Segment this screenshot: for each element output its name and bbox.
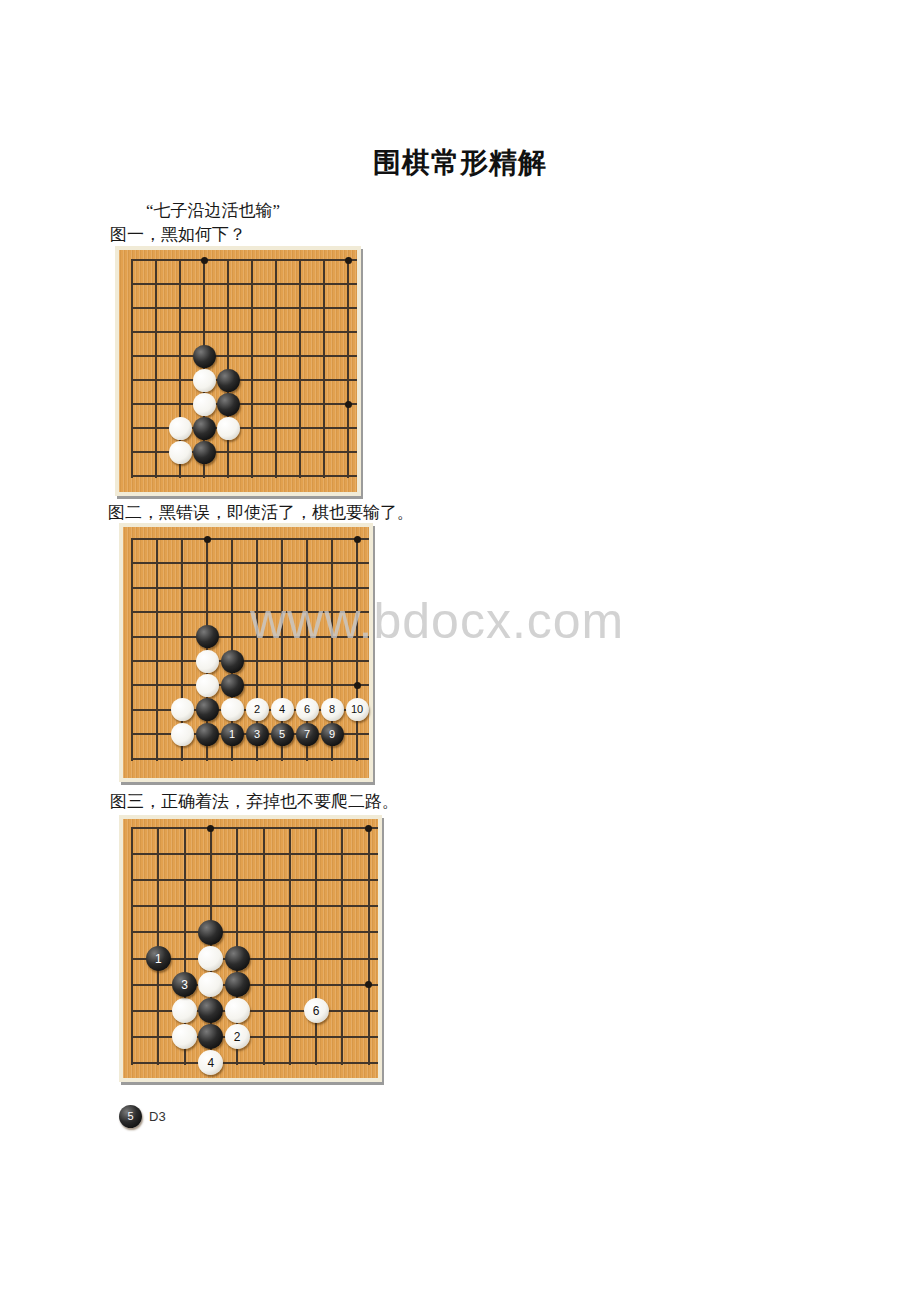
stone-black-D6	[196, 625, 219, 648]
stone-white-E3	[225, 998, 250, 1023]
figure3-caption: 图三，正确着法，弃掉也不要爬二路。	[110, 790, 399, 813]
go-board-figure2: 12345678910	[119, 523, 373, 782]
stone-black-B5: 1	[146, 946, 171, 971]
move5-point-label: D3	[149, 1109, 166, 1124]
stone-white-H3: 6	[304, 998, 329, 1023]
stone-black-D3	[193, 417, 216, 440]
figure2-caption: 图二，黑错误，即使活了，棋也要输了。	[108, 501, 414, 524]
star-point	[354, 536, 361, 543]
stone-black-E4	[217, 393, 240, 416]
star-point	[204, 536, 211, 543]
move5-footnote: 5 D3	[119, 1105, 166, 1128]
stone-white-C3	[171, 698, 194, 721]
stone-black-E4	[225, 972, 250, 997]
stone-black-D6	[193, 345, 216, 368]
move5-black-stone: 5	[119, 1105, 142, 1128]
stone-white-D5	[193, 369, 216, 392]
stone-black-D3	[196, 698, 219, 721]
figure1-caption: 图一，黑如何下？	[110, 223, 246, 246]
go-board-figure1	[115, 246, 361, 496]
stone-black-D2	[193, 441, 216, 464]
stone-white-G3: 4	[271, 698, 294, 721]
stone-white-K3: 10	[346, 698, 369, 721]
stone-white-H3: 6	[296, 698, 319, 721]
stone-black-G2: 5	[271, 723, 294, 746]
star-point	[207, 825, 214, 832]
stone-white-C2	[169, 441, 192, 464]
stone-black-F2: 3	[246, 723, 269, 746]
star-point	[354, 682, 361, 689]
stone-white-E3	[221, 698, 244, 721]
move5-number: 5	[127, 1111, 133, 1122]
subtitle-quote: “七子沿边活也输”	[146, 199, 280, 222]
stone-white-F3: 2	[246, 698, 269, 721]
page-title: 围棋常形精解	[0, 144, 920, 182]
stone-black-E5	[221, 650, 244, 673]
stone-white-J3: 8	[321, 698, 344, 721]
stone-black-E5	[217, 369, 240, 392]
go-board-figure3: 13246	[119, 815, 382, 1082]
star-point	[365, 825, 372, 832]
stone-black-E5	[225, 946, 250, 971]
stone-black-J2: 9	[321, 723, 344, 746]
stone-white-C3	[169, 417, 192, 440]
stone-white-D5	[196, 650, 219, 673]
stone-white-C2	[171, 723, 194, 746]
stone-white-D4	[196, 674, 219, 697]
stone-white-E3	[217, 417, 240, 440]
star-point	[345, 257, 352, 264]
watermark: www.bdocx.com	[250, 592, 624, 650]
document-page: 围棋常形精解 “七子沿边活也输” 图一，黑如何下？ 图二，黑错误，即使活了，棋也…	[0, 0, 920, 1302]
stone-black-D2	[196, 723, 219, 746]
stone-white-E2: 2	[225, 1024, 250, 1049]
stone-white-D4	[193, 393, 216, 416]
star-point	[345, 401, 352, 408]
stone-black-E4	[221, 674, 244, 697]
stone-black-H2: 7	[296, 723, 319, 746]
star-point	[201, 257, 208, 264]
stone-black-E2: 1	[221, 723, 244, 746]
